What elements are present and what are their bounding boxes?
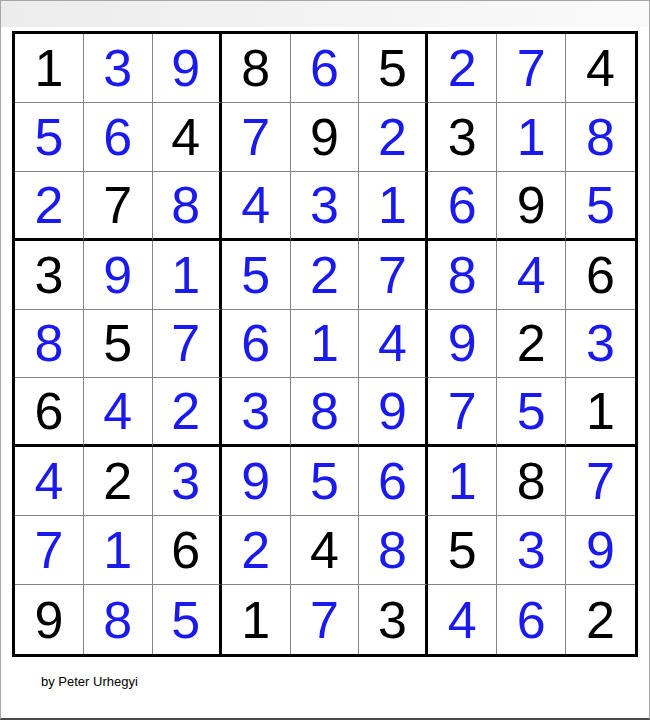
cell-r9c8: 6 — [497, 585, 566, 654]
header-strip — [1, 1, 649, 27]
cell-r2c4: 7 — [222, 103, 291, 172]
cell-r8c2: 1 — [84, 516, 153, 585]
cell-r4c7: 8 — [428, 241, 497, 310]
cell-r8c3: 6 — [153, 516, 222, 585]
cell-r2c2: 6 — [84, 103, 153, 172]
cell-r9c9: 2 — [566, 585, 635, 654]
cell-r3c6: 1 — [359, 172, 428, 241]
cell-r7c2: 2 — [84, 447, 153, 516]
cell-r4c2: 9 — [84, 241, 153, 310]
cell-r7c3: 3 — [153, 447, 222, 516]
cell-r7c9: 7 — [566, 447, 635, 516]
cell-r2c9: 8 — [566, 103, 635, 172]
cell-r3c4: 4 — [222, 172, 291, 241]
cell-r4c4: 5 — [222, 241, 291, 310]
cell-r8c1: 7 — [15, 516, 84, 585]
footer-credit: by Peter Urhegyi — [41, 674, 138, 689]
cell-r1c7: 2 — [428, 34, 497, 103]
cell-r2c7: 3 — [428, 103, 497, 172]
cell-r6c5: 8 — [291, 378, 360, 447]
cell-r7c4: 9 — [222, 447, 291, 516]
cell-r1c1: 1 — [15, 34, 84, 103]
cell-r7c6: 6 — [359, 447, 428, 516]
cell-r7c5: 5 — [291, 447, 360, 516]
cell-r8c8: 3 — [497, 516, 566, 585]
cell-r5c7: 9 — [428, 310, 497, 379]
cell-r4c6: 7 — [359, 241, 428, 310]
cell-r8c5: 4 — [291, 516, 360, 585]
cell-r2c1: 5 — [15, 103, 84, 172]
cell-r4c3: 1 — [153, 241, 222, 310]
cell-r1c4: 8 — [222, 34, 291, 103]
cell-r5c3: 7 — [153, 310, 222, 379]
cell-r3c5: 3 — [291, 172, 360, 241]
cell-r4c8: 4 — [497, 241, 566, 310]
cell-r9c3: 5 — [153, 585, 222, 654]
cell-r6c8: 5 — [497, 378, 566, 447]
cell-r6c6: 9 — [359, 378, 428, 447]
cell-r2c6: 2 — [359, 103, 428, 172]
cell-r3c8: 9 — [497, 172, 566, 241]
cell-r3c2: 7 — [84, 172, 153, 241]
cell-r9c1: 9 — [15, 585, 84, 654]
cell-r1c6: 5 — [359, 34, 428, 103]
cell-r5c4: 6 — [222, 310, 291, 379]
cell-r2c5: 9 — [291, 103, 360, 172]
cell-r3c7: 6 — [428, 172, 497, 241]
cell-r6c4: 3 — [222, 378, 291, 447]
cell-r1c9: 4 — [566, 34, 635, 103]
cell-r5c1: 8 — [15, 310, 84, 379]
cell-r1c2: 3 — [84, 34, 153, 103]
cell-r2c3: 4 — [153, 103, 222, 172]
cell-r3c9: 5 — [566, 172, 635, 241]
cell-r5c9: 3 — [566, 310, 635, 379]
cell-r7c8: 8 — [497, 447, 566, 516]
cell-r3c1: 2 — [15, 172, 84, 241]
cell-r1c5: 6 — [291, 34, 360, 103]
cell-r5c6: 4 — [359, 310, 428, 379]
cell-r9c5: 7 — [291, 585, 360, 654]
cell-r1c8: 7 — [497, 34, 566, 103]
cell-r8c7: 5 — [428, 516, 497, 585]
cell-r9c4: 1 — [222, 585, 291, 654]
cell-r5c8: 2 — [497, 310, 566, 379]
cell-r8c9: 9 — [566, 516, 635, 585]
puzzle-page: 1398652745647923182784316953915278468576… — [0, 0, 650, 720]
cell-r9c2: 8 — [84, 585, 153, 654]
cell-r6c1: 6 — [15, 378, 84, 447]
cell-r5c2: 5 — [84, 310, 153, 379]
cell-r6c7: 7 — [428, 378, 497, 447]
cell-r9c6: 3 — [359, 585, 428, 654]
cell-r2c8: 1 — [497, 103, 566, 172]
sudoku-board: 1398652745647923182784316953915278468576… — [12, 31, 638, 657]
cell-r6c3: 2 — [153, 378, 222, 447]
cell-r7c7: 1 — [428, 447, 497, 516]
cell-r8c4: 2 — [222, 516, 291, 585]
cell-r7c1: 4 — [15, 447, 84, 516]
cell-r3c3: 8 — [153, 172, 222, 241]
cell-r4c5: 2 — [291, 241, 360, 310]
cell-r4c9: 6 — [566, 241, 635, 310]
cell-r8c6: 8 — [359, 516, 428, 585]
cell-r9c7: 4 — [428, 585, 497, 654]
cell-r4c1: 3 — [15, 241, 84, 310]
cell-r1c3: 9 — [153, 34, 222, 103]
cell-r6c9: 1 — [566, 378, 635, 447]
cell-r5c5: 1 — [291, 310, 360, 379]
cell-r6c2: 4 — [84, 378, 153, 447]
